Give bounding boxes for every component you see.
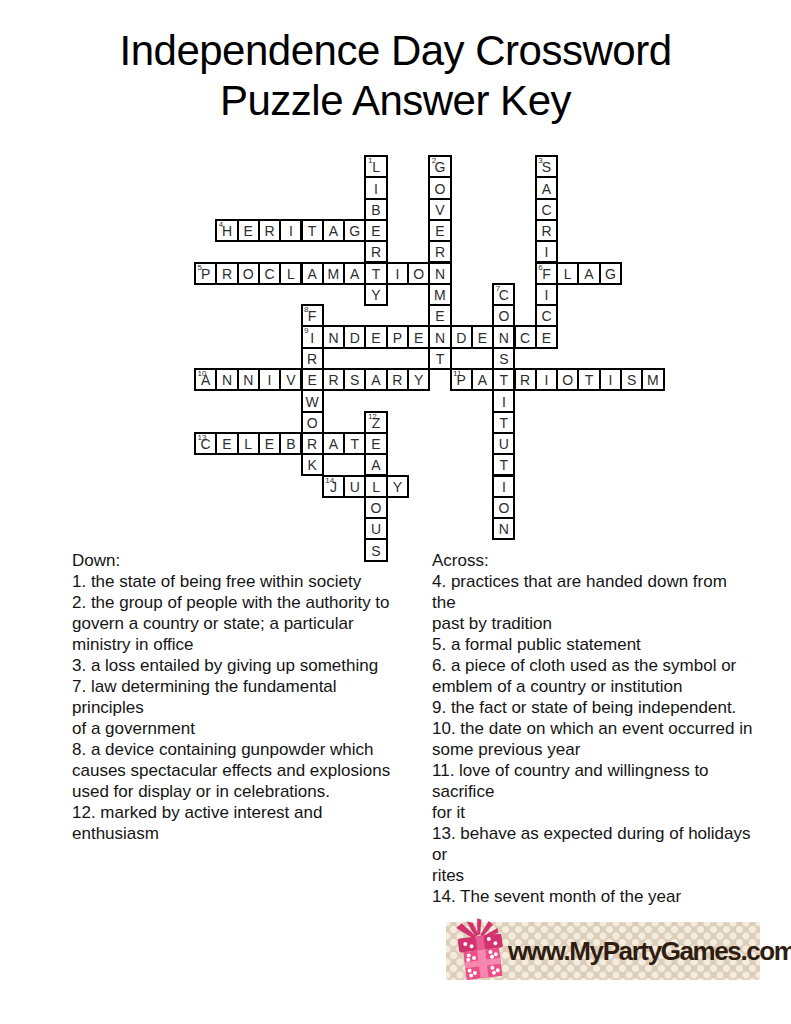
grid-cell: N <box>492 325 515 348</box>
cell-letter: N <box>499 521 509 538</box>
clue-line: 14. The sevent month of the year <box>432 886 784 907</box>
grid-cell: I <box>535 283 558 306</box>
clue-line: used for display or in celebrations. <box>72 781 424 802</box>
clue-number: 5 <box>198 264 202 272</box>
grid-cell: U <box>364 517 387 540</box>
grid-cell: V <box>428 198 451 221</box>
cell-letter: S <box>350 372 359 389</box>
crossword-grid: 1L2G3SIOABVC4HERITAGEERRRI5PROCLAMATION6… <box>194 155 665 562</box>
grid-cell: S <box>620 368 643 391</box>
clue-line: past by tradition <box>432 613 784 634</box>
cell-letter: D <box>456 330 466 347</box>
cell-letter: S <box>499 351 508 368</box>
grid-cell: R <box>258 219 281 242</box>
grid-cell: E <box>428 219 451 242</box>
grid-cell: T <box>492 453 515 476</box>
grid-cell: N <box>428 262 451 285</box>
grid-cell: I <box>258 368 281 391</box>
grid-cell: L <box>237 432 260 455</box>
grid-cell: Y <box>386 475 409 498</box>
grid-cell: I <box>386 262 409 285</box>
grid-cell: 11P <box>450 368 473 391</box>
cell-letter: E <box>414 330 423 347</box>
grid-cell: T <box>577 368 600 391</box>
grid-cell: D <box>343 325 366 348</box>
grid-cell: E <box>215 432 238 455</box>
cell-letter: T <box>500 372 509 389</box>
cell-letter: R <box>264 223 274 240</box>
grid-cell: E <box>364 432 387 455</box>
clue-number: 6 <box>538 264 542 272</box>
grid-cell: 13C <box>194 432 217 455</box>
cell-letter: R <box>520 372 530 389</box>
clue-number: 4 <box>219 221 223 229</box>
cell-letter: L <box>372 159 380 176</box>
clue-line: causes spectacular effects and explosion… <box>72 760 424 781</box>
cell-letter: E <box>371 436 380 453</box>
grid-cell: R <box>322 368 345 391</box>
grid-cell: 5P <box>194 262 217 285</box>
cell-letter: C <box>499 287 509 304</box>
cell-letter: A <box>350 266 359 283</box>
cell-letter: R <box>541 223 551 240</box>
grid-cell: A <box>343 262 366 285</box>
cell-letter: I <box>395 266 399 283</box>
grid-cell: E <box>301 368 324 391</box>
grid-cell: N <box>492 517 515 540</box>
grid-cell: U <box>492 432 515 455</box>
grid-cell: T <box>428 347 451 370</box>
grid-cell: 9I <box>301 325 324 348</box>
clue-line: enthusiasm <box>72 823 424 844</box>
cell-letter: T <box>372 266 381 283</box>
cell-letter: A <box>542 181 551 198</box>
cell-letter: F <box>542 266 551 283</box>
clue-line: principles <box>72 697 424 718</box>
grid-cell: 14J <box>322 475 345 498</box>
grid-cell: S <box>343 368 366 391</box>
cell-letter: F <box>308 308 317 325</box>
cell-letter: L <box>372 479 380 496</box>
clue-line: 4. practices that are handed down from <box>432 571 784 592</box>
grid-cell: P <box>386 325 409 348</box>
clue-number: 13 <box>198 434 207 442</box>
clue-number: 10 <box>198 370 207 378</box>
footer-logo-banner[interactable]: www.MyPartyGames.com <box>446 922 760 980</box>
cell-letter: R <box>307 436 317 453</box>
grid-cell: E <box>428 304 451 327</box>
cell-letter: I <box>502 479 506 496</box>
grid-cell: I <box>535 240 558 263</box>
grid-cell: O <box>237 262 260 285</box>
cell-letter: A <box>307 266 316 283</box>
grid-cell: A <box>301 262 324 285</box>
clues-heading: Down: <box>72 550 424 571</box>
grid-cell: B <box>279 432 302 455</box>
cell-letter: I <box>268 372 272 389</box>
cell-letter: G <box>605 266 616 283</box>
cell-letter: B <box>371 202 380 219</box>
gift-icon <box>451 917 513 983</box>
cell-letter: C <box>264 266 274 283</box>
grid-cell: U <box>343 475 366 498</box>
clue-line: sacrifice <box>432 781 784 802</box>
clue-line: 1. the state of being free within societ… <box>72 571 424 592</box>
clue-line: or <box>432 844 784 865</box>
grid-cell: K <box>301 453 324 476</box>
clue-line: emblem of a country or institution <box>432 676 784 697</box>
cell-letter: O <box>307 415 318 432</box>
cell-letter: N <box>243 372 253 389</box>
cell-letter: O <box>562 372 573 389</box>
grid-cell: O <box>301 411 324 434</box>
cell-letter: A <box>371 457 380 474</box>
cell-letter: E <box>307 372 316 389</box>
footer-url: www.MyPartyGames.com <box>508 936 791 967</box>
cell-letter: T <box>308 223 317 240</box>
cell-letter: T <box>436 351 445 368</box>
cell-letter: A <box>584 266 593 283</box>
cell-letter: E <box>435 308 444 325</box>
grid-cell: T <box>492 368 515 391</box>
cell-letter: K <box>307 457 316 474</box>
grid-cell: B <box>364 198 387 221</box>
cell-letter: E <box>435 223 444 240</box>
cell-letter: P <box>201 266 210 283</box>
grid-cell: A <box>322 219 345 242</box>
grid-cell: M <box>641 368 664 391</box>
cell-letter: O <box>498 308 509 325</box>
clue-line: 3. a loss entailed by giving up somethin… <box>72 655 424 676</box>
grid-cell: I <box>599 368 622 391</box>
grid-cell: A <box>364 453 387 476</box>
grid-cell: A <box>364 368 387 391</box>
cell-letter: D <box>350 330 360 347</box>
grid-cell: I <box>535 368 558 391</box>
down-clues: Down:1. the state of being free within s… <box>72 550 424 844</box>
grid-cell: E <box>258 432 281 455</box>
cell-letter: A <box>329 436 338 453</box>
grid-cell: 6F <box>535 262 558 285</box>
grid-cell: L <box>556 262 579 285</box>
grid-cell: N <box>428 325 451 348</box>
cell-letter: E <box>542 330 551 347</box>
cell-letter: A <box>329 223 338 240</box>
clue-number: 14 <box>325 477 334 485</box>
cell-letter: R <box>371 244 381 261</box>
grid-cell: M <box>322 262 345 285</box>
cell-letter: L <box>244 436 252 453</box>
grid-cell: O <box>428 176 451 199</box>
grid-cell: R <box>386 368 409 391</box>
cell-letter: R <box>307 351 317 368</box>
grid-cell: A <box>535 176 558 199</box>
grid-cell: G <box>599 262 622 285</box>
clue-line: 9. the fact or state of being independen… <box>432 697 784 718</box>
grid-cell: R <box>215 262 238 285</box>
cell-letter: I <box>608 372 612 389</box>
cell-letter: Y <box>414 372 423 389</box>
cell-letter: L <box>287 266 295 283</box>
grid-cell: S <box>492 347 515 370</box>
grid-cell: V <box>279 368 302 391</box>
grid-cell: M <box>428 283 451 306</box>
grid-cell: I <box>492 475 515 498</box>
cell-letter: N <box>435 266 445 283</box>
grid-cell: O <box>364 496 387 519</box>
page-title-line2: Puzzle Answer Key <box>0 76 791 126</box>
clue-number: 7 <box>496 285 500 293</box>
cell-letter: N <box>499 330 509 347</box>
clue-number: 3 <box>538 157 542 165</box>
grid-cell: 10A <box>194 368 217 391</box>
cell-letter: A <box>478 372 487 389</box>
clue-line: ministry in office <box>72 634 424 655</box>
clue-line: the <box>432 592 784 613</box>
clue-line: rites <box>432 865 784 886</box>
grid-cell: G <box>343 219 366 242</box>
cell-letter: I <box>310 330 314 347</box>
grid-cell: A <box>577 262 600 285</box>
cell-letter: Y <box>393 479 402 496</box>
clue-line: of a government <box>72 718 424 739</box>
cell-letter: E <box>371 330 380 347</box>
grid-cell: 4H <box>215 219 238 242</box>
page-title-line1: Independence Day Crossword <box>0 26 791 76</box>
cell-letter: E <box>244 223 253 240</box>
cell-letter: E <box>265 436 274 453</box>
clue-line: 12. marked by active interest and <box>72 802 424 823</box>
cell-letter: A <box>371 372 380 389</box>
cell-letter: E <box>222 436 231 453</box>
cell-letter: O <box>435 181 446 198</box>
grid-cell: R <box>364 240 387 263</box>
clue-line: govern a country or state; a particular <box>72 613 424 634</box>
grid-cell: T <box>343 432 366 455</box>
cell-letter: I <box>545 287 549 304</box>
cell-letter: T <box>500 415 509 432</box>
grid-cell: A <box>471 368 494 391</box>
cell-letter: P <box>393 330 402 347</box>
grid-cell: C <box>514 325 537 348</box>
cell-letter: I <box>545 244 549 261</box>
grid-cell: 1L <box>364 155 387 178</box>
clue-number: 11 <box>453 370 461 378</box>
cell-letter: M <box>328 266 340 283</box>
cell-letter: M <box>647 372 659 389</box>
clue-line: 5. a formal public statement <box>432 634 784 655</box>
grid-cell: 7C <box>492 283 515 306</box>
clue-line: 11. love of country and willingness to <box>432 760 784 781</box>
cell-letter: C <box>541 308 551 325</box>
grid-cell: E <box>237 219 260 242</box>
cell-letter: W <box>306 394 319 411</box>
cell-letter: I <box>502 394 506 411</box>
cell-letter: U <box>499 436 509 453</box>
grid-cell: I <box>364 176 387 199</box>
grid-cell: T <box>492 411 515 434</box>
grid-cell: I <box>279 219 302 242</box>
grid-cell: I <box>492 389 515 412</box>
cell-letter: U <box>350 479 360 496</box>
grid-cell: Y <box>407 368 430 391</box>
grid-cell: 12Z <box>364 411 387 434</box>
grid-cell: N <box>322 325 345 348</box>
cell-letter: E <box>371 223 380 240</box>
clue-number: 9 <box>304 327 308 335</box>
cell-letter: S <box>627 372 636 389</box>
clue-line: 10. the date on which an event occurred … <box>432 718 784 739</box>
cell-letter: T <box>585 372 594 389</box>
grid-cell: R <box>514 368 537 391</box>
grid-cell: R <box>301 347 324 370</box>
grid-cell: R <box>428 240 451 263</box>
grid-cell: C <box>258 262 281 285</box>
cell-letter: S <box>542 159 551 176</box>
grid-cell: O <box>556 368 579 391</box>
clue-line: 6. a piece of cloth used as the symbol o… <box>432 655 784 676</box>
cell-letter: H <box>222 223 232 240</box>
cell-letter: R <box>435 244 445 261</box>
cell-letter: T <box>500 457 509 474</box>
grid-cell: E <box>364 219 387 242</box>
cell-letter: I <box>374 181 378 198</box>
cell-letter: O <box>498 500 509 517</box>
clue-number: 8 <box>304 306 308 314</box>
grid-cell: C <box>535 304 558 327</box>
grid-cell: N <box>215 368 238 391</box>
page-title: Independence Day Crossword Puzzle Answer… <box>0 26 791 126</box>
clues-heading: Across: <box>432 550 784 571</box>
cell-letter: O <box>413 266 424 283</box>
grid-cell: Y <box>364 283 387 306</box>
cell-letter: V <box>435 202 444 219</box>
clue-line: for it <box>432 802 784 823</box>
grid-cell: E <box>535 325 558 348</box>
cell-letter: B <box>286 436 295 453</box>
cell-letter: U <box>371 521 381 538</box>
cell-letter: L <box>564 266 572 283</box>
cell-letter: G <box>349 223 360 240</box>
grid-cell: 3S <box>535 155 558 178</box>
grid-cell: E <box>471 325 494 348</box>
cell-letter: R <box>328 372 338 389</box>
cell-letter: I <box>289 223 293 240</box>
cell-letter: T <box>350 436 359 453</box>
clue-number: 2 <box>432 157 436 165</box>
clue-line: 13. behave as expected during of holiday… <box>432 823 784 844</box>
grid-cell: R <box>535 219 558 242</box>
cell-letter: R <box>222 266 232 283</box>
cell-letter: E <box>478 330 487 347</box>
across-clues: Across:4. practices that are handed down… <box>432 550 784 907</box>
grid-cell: T <box>301 219 324 242</box>
clue-number: 12 <box>368 413 377 421</box>
grid-cell: R <box>301 432 324 455</box>
grid-cell: T <box>364 262 387 285</box>
cell-letter: Y <box>371 287 380 304</box>
grid-cell: L <box>364 475 387 498</box>
grid-cell: 8F <box>301 304 324 327</box>
cell-letter: R <box>392 372 402 389</box>
cell-letter: C <box>541 202 551 219</box>
clue-number: 1 <box>368 157 372 165</box>
cell-letter: O <box>243 266 254 283</box>
clue-line: 7. law determining the fundamental <box>72 676 424 697</box>
clue-line: 8. a device containing gunpowder which <box>72 739 424 760</box>
page: Independence Day Crossword Puzzle Answer… <box>0 0 791 1024</box>
clue-line: some previous year <box>432 739 784 760</box>
cell-letter: I <box>545 372 549 389</box>
grid-cell: D <box>450 325 473 348</box>
grid-cell: O <box>492 304 515 327</box>
cell-letter: V <box>286 372 295 389</box>
cell-letter: N <box>222 372 232 389</box>
grid-cell: O <box>492 496 515 519</box>
grid-cell: A <box>322 432 345 455</box>
grid-cell: E <box>364 325 387 348</box>
grid-cell: O <box>407 262 430 285</box>
cell-letter: M <box>434 287 446 304</box>
grid-cell: W <box>301 389 324 412</box>
grid-cell: E <box>407 325 430 348</box>
grid-cell: 2G <box>428 155 451 178</box>
grid-cell: C <box>535 198 558 221</box>
grid-cell: L <box>279 262 302 285</box>
cell-letter: N <box>435 330 445 347</box>
cell-letter: N <box>328 330 338 347</box>
cell-letter: O <box>371 500 382 517</box>
grid-cell: N <box>237 368 260 391</box>
clue-line: 2. the group of people with the authorit… <box>72 592 424 613</box>
cell-letter: C <box>520 330 530 347</box>
